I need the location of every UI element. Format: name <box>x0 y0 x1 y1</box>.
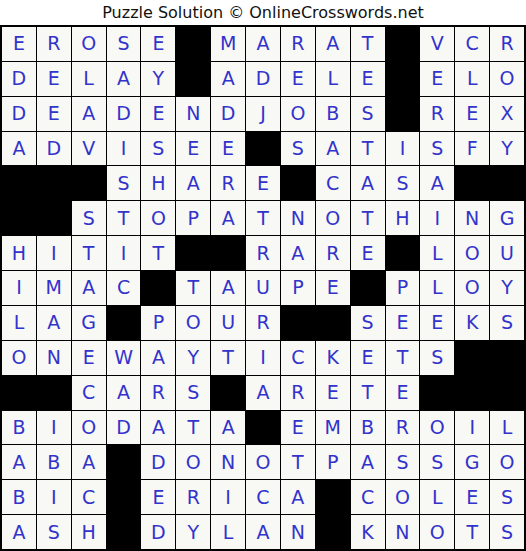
letter-cell-r12c5: A <box>141 411 175 445</box>
letter-cell-r14c3: C <box>72 480 106 514</box>
letter-cell-r12c9: E <box>281 411 315 445</box>
letter-cell-r15c6: Y <box>176 515 210 549</box>
letter-cell-r9c1: L <box>2 306 36 340</box>
letter-cell-r5c8: E <box>246 166 280 200</box>
block-cell-r6c1 <box>2 201 36 235</box>
block-cell-r8c5 <box>141 271 175 305</box>
block-cell-r5c14 <box>455 166 489 200</box>
letter-cell-r10c6: Y <box>176 341 210 375</box>
letter-cell-r4c9: S <box>281 132 315 166</box>
letter-cell-r13c9: T <box>281 445 315 479</box>
letter-cell-r15c7: L <box>211 515 245 549</box>
letter-cell-r2c7: A <box>211 62 245 96</box>
letter-cell-r3c14: E <box>455 97 489 131</box>
letter-cell-r4c12: I <box>386 132 420 166</box>
block-cell-r5c3 <box>72 166 106 200</box>
letter-cell-r11c9: R <box>281 376 315 410</box>
block-cell-r2c6 <box>176 62 210 96</box>
letter-cell-r7c2: I <box>37 236 71 270</box>
letter-cell-r15c9: N <box>281 515 315 549</box>
letter-cell-r14c5: E <box>141 480 175 514</box>
letter-cell-r8c1: I <box>2 271 36 305</box>
letter-cell-r2c3: L <box>72 62 106 96</box>
letter-cell-r6c7: A <box>211 201 245 235</box>
block-cell-r14c10 <box>316 480 350 514</box>
letter-cell-r10c1: O <box>2 341 36 375</box>
letter-cell-r11c6: S <box>176 376 210 410</box>
letter-cell-r15c13: O <box>420 515 454 549</box>
letter-cell-r10c5: A <box>141 341 175 375</box>
letter-cell-r3c6: N <box>176 97 210 131</box>
letter-cell-r6c6: P <box>176 201 210 235</box>
block-cell-r15c10 <box>316 515 350 549</box>
letter-cell-r1c7: M <box>211 27 245 61</box>
letter-cell-r2c9: E <box>281 62 315 96</box>
letter-cell-r14c7: I <box>211 480 245 514</box>
letter-cell-r10c4: W <box>107 341 141 375</box>
letter-cell-r9c2: A <box>37 306 71 340</box>
letter-cell-r13c15: O <box>490 445 524 479</box>
letter-cell-r13c5: D <box>141 445 175 479</box>
letter-cell-r12c3: O <box>72 411 106 445</box>
letter-cell-r12c2: I <box>37 411 71 445</box>
letter-cell-r15c1: A <box>2 515 36 549</box>
letter-cell-r9c14: K <box>455 306 489 340</box>
letter-cell-r6c4: T <box>107 201 141 235</box>
letter-cell-r7c10: R <box>316 236 350 270</box>
letter-cell-r3c10: B <box>316 97 350 131</box>
letter-cell-r9c8: R <box>246 306 280 340</box>
letter-cell-r1c2: R <box>37 27 71 61</box>
letter-cell-r12c12: R <box>386 411 420 445</box>
letter-cell-r13c8: O <box>246 445 280 479</box>
letter-cell-r15c15: S <box>490 515 524 549</box>
letter-cell-r3c4: D <box>107 97 141 131</box>
block-cell-r8c11 <box>351 271 385 305</box>
letter-cell-r3c7: D <box>211 97 245 131</box>
letter-cell-r11c4: A <box>107 376 141 410</box>
letter-cell-r3c13: R <box>420 97 454 131</box>
letter-cell-r1c3: O <box>72 27 106 61</box>
block-cell-r14c4 <box>107 480 141 514</box>
letter-cell-r6c10: O <box>316 201 350 235</box>
letter-cell-r7c4: I <box>107 236 141 270</box>
letter-cell-r13c2: B <box>37 445 71 479</box>
block-cell-r11c2 <box>37 376 71 410</box>
letter-cell-r14c13: L <box>420 480 454 514</box>
letter-cell-r12c7: A <box>211 411 245 445</box>
letter-cell-r15c8: A <box>246 515 280 549</box>
block-cell-r10c14 <box>455 341 489 375</box>
letter-cell-r7c9: A <box>281 236 315 270</box>
letter-cell-r6c8: T <box>246 201 280 235</box>
letter-cell-r6c14: N <box>455 201 489 235</box>
block-cell-r1c12 <box>386 27 420 61</box>
letter-cell-r1c9: R <box>281 27 315 61</box>
block-cell-r5c9 <box>281 166 315 200</box>
letter-cell-r13c10: P <box>316 445 350 479</box>
letter-cell-r6c15: G <box>490 201 524 235</box>
block-cell-r7c6 <box>176 236 210 270</box>
letter-cell-r14c11: C <box>351 480 385 514</box>
letter-cell-r8c15: Y <box>490 271 524 305</box>
block-cell-r6c2 <box>37 201 71 235</box>
letter-cell-r4c2: D <box>37 132 71 166</box>
letter-cell-r8c6: T <box>176 271 210 305</box>
block-cell-r9c9 <box>281 306 315 340</box>
letter-cell-r8c14: O <box>455 271 489 305</box>
letter-cell-r13c1: A <box>2 445 36 479</box>
letter-cell-r14c2: I <box>37 480 71 514</box>
block-cell-r3c12 <box>386 97 420 131</box>
letter-cell-r8c9: P <box>281 271 315 305</box>
letter-cell-r13c6: O <box>176 445 210 479</box>
letter-cell-r4c7: E <box>211 132 245 166</box>
letter-cell-r10c9: C <box>281 341 315 375</box>
letter-cell-r2c2: E <box>37 62 71 96</box>
crossword-grid: EROSEMARATVCRDELAYADELEELODEADENDJOBSREX… <box>0 25 526 551</box>
letter-cell-r12c6: T <box>176 411 210 445</box>
letter-cell-r8c7: A <box>211 271 245 305</box>
letter-cell-r4c4: I <box>107 132 141 166</box>
letter-cell-r9c6: O <box>176 306 210 340</box>
letter-cell-r6c5: O <box>141 201 175 235</box>
letter-cell-r10c11: E <box>351 341 385 375</box>
block-cell-r1c6 <box>176 27 210 61</box>
letter-cell-r2c10: L <box>316 62 350 96</box>
letter-cell-r8c4: C <box>107 271 141 305</box>
letter-cell-r4c14: F <box>455 132 489 166</box>
letter-cell-r7c13: L <box>420 236 454 270</box>
letter-cell-r1c13: V <box>420 27 454 61</box>
letter-cell-r15c11: K <box>351 515 385 549</box>
letter-cell-r11c8: A <box>246 376 280 410</box>
page-title: Puzzle Solution © OnlineCrosswords.net <box>0 0 526 25</box>
block-cell-r7c12 <box>386 236 420 270</box>
letter-cell-r9c3: G <box>72 306 106 340</box>
letter-cell-r4c6: E <box>176 132 210 166</box>
letter-cell-r13c14: G <box>455 445 489 479</box>
letter-cell-r13c7: N <box>211 445 245 479</box>
letter-cell-r3c1: D <box>2 97 36 131</box>
block-cell-r5c2 <box>37 166 71 200</box>
letter-cell-r15c2: S <box>37 515 71 549</box>
letter-cell-r1c10: A <box>316 27 350 61</box>
letter-cell-r10c10: K <box>316 341 350 375</box>
block-cell-r11c1 <box>2 376 36 410</box>
letter-cell-r7c15: U <box>490 236 524 270</box>
letter-cell-r13c11: A <box>351 445 385 479</box>
letter-cell-r3c8: J <box>246 97 280 131</box>
letter-cell-r14c12: O <box>386 480 420 514</box>
letter-cell-r9c7: U <box>211 306 245 340</box>
letter-cell-r11c12: E <box>386 376 420 410</box>
letter-cell-r5c13: A <box>420 166 454 200</box>
letter-cell-r13c12: S <box>386 445 420 479</box>
letter-cell-r6c13: I <box>420 201 454 235</box>
letter-cell-r13c3: A <box>72 445 106 479</box>
block-cell-r2c12 <box>386 62 420 96</box>
letter-cell-r15c14: T <box>455 515 489 549</box>
block-cell-r5c1 <box>2 166 36 200</box>
letter-cell-r14c1: B <box>2 480 36 514</box>
letter-cell-r4c13: S <box>420 132 454 166</box>
letter-cell-r12c13: O <box>420 411 454 445</box>
letter-cell-r8c13: L <box>420 271 454 305</box>
letter-cell-r4c1: A <box>2 132 36 166</box>
letter-cell-r14c8: C <box>246 480 280 514</box>
letter-cell-r7c8: R <box>246 236 280 270</box>
letter-cell-r1c4: S <box>107 27 141 61</box>
block-cell-r5c15 <box>490 166 524 200</box>
letter-cell-r15c5: D <box>141 515 175 549</box>
letter-cell-r10c13: S <box>420 341 454 375</box>
block-cell-r11c7 <box>211 376 245 410</box>
letter-cell-r8c10: E <box>316 271 350 305</box>
letter-cell-r4c15: Y <box>490 132 524 166</box>
letter-cell-r3c5: E <box>141 97 175 131</box>
letter-cell-r11c11: T <box>351 376 385 410</box>
letter-cell-r12c15: L <box>490 411 524 445</box>
letter-cell-r9c11: S <box>351 306 385 340</box>
letter-cell-r7c1: H <box>2 236 36 270</box>
letter-cell-r4c11: T <box>351 132 385 166</box>
letter-cell-r10c2: N <box>37 341 71 375</box>
letter-cell-r9c12: E <box>386 306 420 340</box>
block-cell-r4c8 <box>246 132 280 166</box>
letter-cell-r5c6: A <box>176 166 210 200</box>
letter-cell-r6c3: S <box>72 201 106 235</box>
letter-cell-r14c14: E <box>455 480 489 514</box>
letter-cell-r10c8: I <box>246 341 280 375</box>
letter-cell-r1c8: A <box>246 27 280 61</box>
letter-cell-r2c4: A <box>107 62 141 96</box>
letter-cell-r2c14: L <box>455 62 489 96</box>
letter-cell-r14c9: A <box>281 480 315 514</box>
letter-cell-r2c11: E <box>351 62 385 96</box>
letter-cell-r13c13: S <box>420 445 454 479</box>
letter-cell-r2c8: D <box>246 62 280 96</box>
letter-cell-r7c14: O <box>455 236 489 270</box>
block-cell-r9c10 <box>316 306 350 340</box>
letter-cell-r2c13: E <box>420 62 454 96</box>
letter-cell-r3c2: E <box>37 97 71 131</box>
letter-cell-r1c11: T <box>351 27 385 61</box>
letter-cell-r10c3: E <box>72 341 106 375</box>
letter-cell-r12c14: I <box>455 411 489 445</box>
letter-cell-r15c3: H <box>72 515 106 549</box>
letter-cell-r11c3: C <box>72 376 106 410</box>
letter-cell-r8c12: P <box>386 271 420 305</box>
letter-cell-r15c12: N <box>386 515 420 549</box>
letter-cell-r7c3: T <box>72 236 106 270</box>
letter-cell-r8c8: U <box>246 271 280 305</box>
letter-cell-r7c11: E <box>351 236 385 270</box>
letter-cell-r1c15: R <box>490 27 524 61</box>
letter-cell-r12c11: B <box>351 411 385 445</box>
letter-cell-r3c15: X <box>490 97 524 131</box>
letter-cell-r6c11: T <box>351 201 385 235</box>
letter-cell-r2c5: Y <box>141 62 175 96</box>
letter-cell-r4c10: A <box>316 132 350 166</box>
block-cell-r15c4 <box>107 515 141 549</box>
puzzle-solution-page: Puzzle Solution © OnlineCrosswords.net E… <box>0 0 526 551</box>
letter-cell-r3c11: S <box>351 97 385 131</box>
block-cell-r13c4 <box>107 445 141 479</box>
letter-cell-r14c15: S <box>490 480 524 514</box>
letter-cell-r11c10: E <box>316 376 350 410</box>
letter-cell-r1c14: C <box>455 27 489 61</box>
letter-cell-r4c5: S <box>141 132 175 166</box>
letter-cell-r12c1: B <box>2 411 36 445</box>
letter-cell-r2c1: D <box>2 62 36 96</box>
letter-cell-r5c10: C <box>316 166 350 200</box>
block-cell-r9c4 <box>107 306 141 340</box>
letter-cell-r8c3: A <box>72 271 106 305</box>
letter-cell-r9c13: E <box>420 306 454 340</box>
letter-cell-r5c7: R <box>211 166 245 200</box>
letter-cell-r7c5: T <box>141 236 175 270</box>
letter-cell-r6c12: H <box>386 201 420 235</box>
letter-cell-r6c9: N <box>281 201 315 235</box>
letter-cell-r2c15: O <box>490 62 524 96</box>
letter-cell-r3c9: O <box>281 97 315 131</box>
letter-cell-r1c1: E <box>2 27 36 61</box>
letter-cell-r9c5: P <box>141 306 175 340</box>
letter-cell-r10c12: T <box>386 341 420 375</box>
letter-cell-r9c15: S <box>490 306 524 340</box>
block-cell-r11c14 <box>455 376 489 410</box>
letter-cell-r5c4: S <box>107 166 141 200</box>
letter-cell-r1c5: E <box>141 27 175 61</box>
letter-cell-r5c12: S <box>386 166 420 200</box>
letter-cell-r8c2: M <box>37 271 71 305</box>
letter-cell-r12c4: D <box>107 411 141 445</box>
letter-cell-r14c6: R <box>176 480 210 514</box>
block-cell-r11c13 <box>420 376 454 410</box>
block-cell-r11c15 <box>490 376 524 410</box>
letter-cell-r5c11: A <box>351 166 385 200</box>
letter-cell-r11c5: R <box>141 376 175 410</box>
block-cell-r10c15 <box>490 341 524 375</box>
letter-cell-r4c3: V <box>72 132 106 166</box>
letter-cell-r10c7: T <box>211 341 245 375</box>
letter-cell-r5c5: H <box>141 166 175 200</box>
block-cell-r12c8 <box>246 411 280 445</box>
block-cell-r7c7 <box>211 236 245 270</box>
letter-cell-r12c10: M <box>316 411 350 445</box>
letter-cell-r3c3: A <box>72 97 106 131</box>
